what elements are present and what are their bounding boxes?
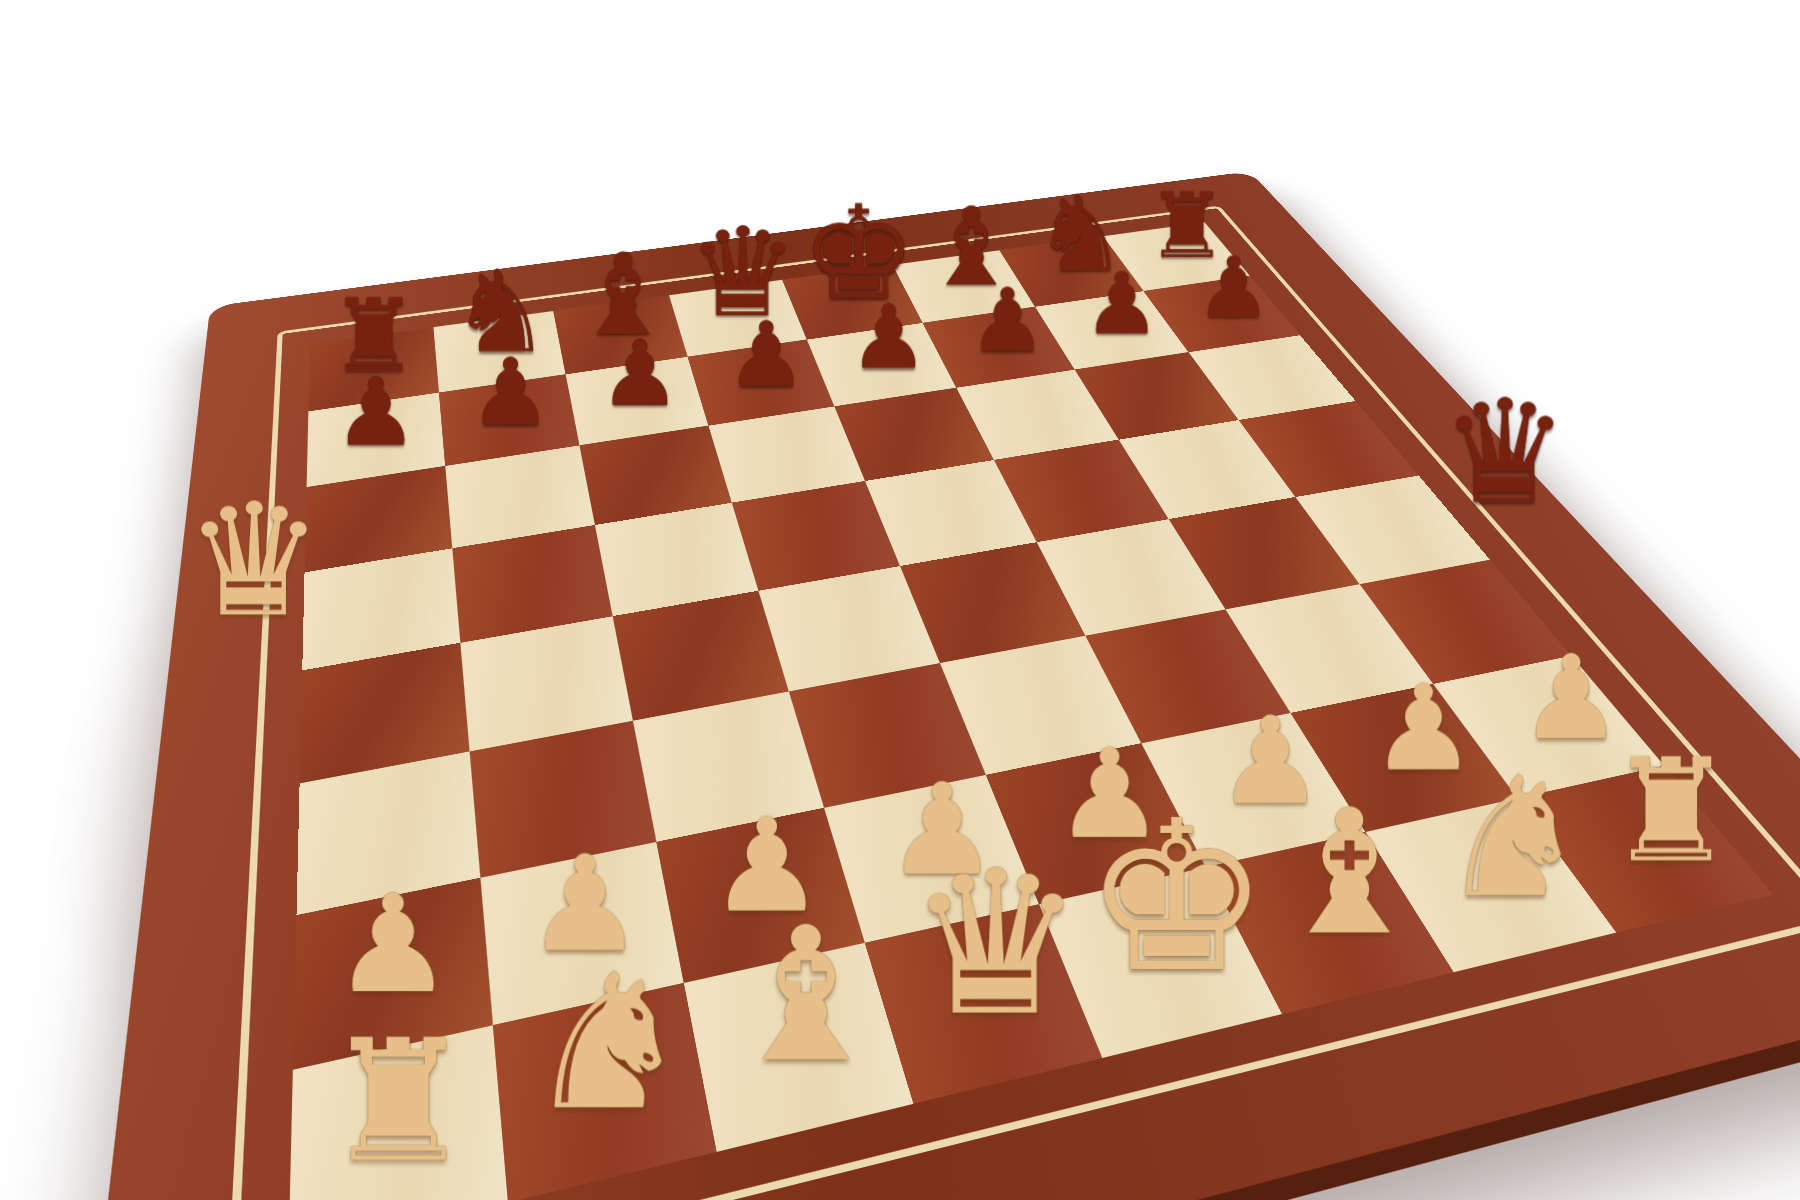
- black-pawn-d7[interactable]: ♟: [726, 310, 806, 400]
- white-pawn-a2[interactable]: ♟: [332, 877, 453, 1012]
- black-pawn-h7[interactable]: ♟: [1196, 245, 1272, 329]
- chess-board[interactable]: ♜♞♝♛♚♝♞♜♟♟♟♟♟♟♟♟♟♟♟♟♟♟♟♟♜♞♝♛♚♝♞♜ ♛♛: [74, 171, 1800, 1200]
- white-rook-a1[interactable]: ♜: [323, 1018, 474, 1187]
- white-king-e1[interactable]: ♚: [1083, 792, 1270, 1000]
- white-knight-b1[interactable]: ♞: [524, 949, 692, 1136]
- square-b4[interactable]: [460, 616, 632, 751]
- square-c4[interactable]: [612, 591, 789, 721]
- square-h6[interactable]: [1189, 335, 1356, 420]
- black-pawn-f7[interactable]: ♟: [968, 277, 1046, 364]
- black-pawn-e7[interactable]: ♟: [849, 293, 928, 381]
- black-pawn-b7[interactable]: ♟: [469, 346, 552, 439]
- square-c1[interactable]: ♝: [683, 943, 914, 1152]
- square-b1[interactable]: ♞: [493, 983, 716, 1200]
- black-pawn-c7[interactable]: ♟: [600, 328, 682, 419]
- white-bishop-c1[interactable]: ♝: [724, 904, 890, 1089]
- white-extra-queen[interactable]: ♛: [184, 483, 324, 639]
- square-a4[interactable]: [300, 643, 470, 783]
- white-rook-h1[interactable]: ♜: [1607, 740, 1735, 883]
- black-pawn-g7[interactable]: ♟: [1084, 261, 1161, 347]
- black-pawn-a7[interactable]: ♟: [334, 365, 418, 459]
- white-knight-g1[interactable]: ♞: [1439, 754, 1588, 920]
- square-d1[interactable]: ♛: [865, 905, 1102, 1104]
- white-queen-d1[interactable]: ♛: [907, 844, 1086, 1044]
- white-bishop-f1[interactable]: ♝: [1272, 787, 1427, 960]
- scene: ♜♞♝♛♚♝♞♜♟♟♟♟♟♟♟♟♟♟♟♟♟♟♟♟♜♞♝♛♚♝♞♜ ♛♛: [0, 0, 1800, 1200]
- black-extra-queen[interactable]: ♛: [1441, 381, 1570, 524]
